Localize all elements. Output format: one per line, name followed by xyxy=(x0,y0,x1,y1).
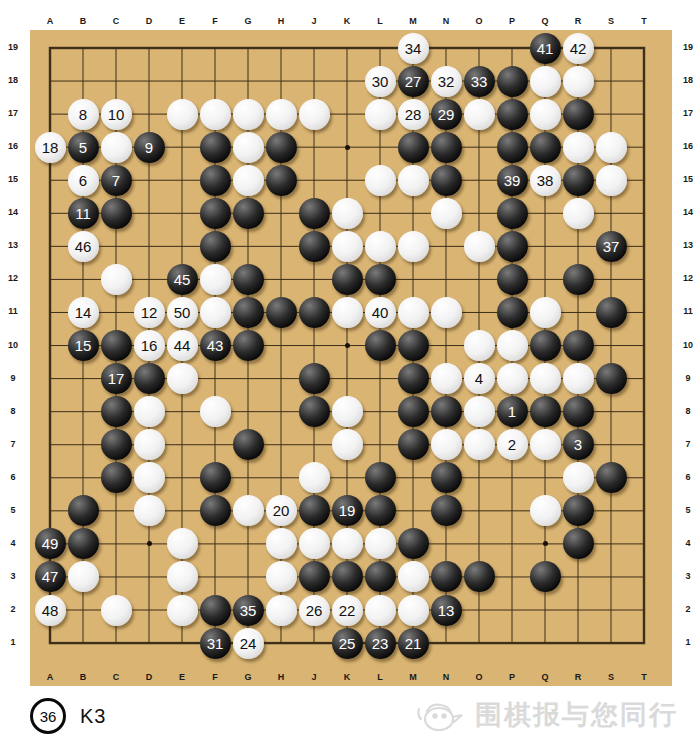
column-label-top-E: E xyxy=(172,16,192,26)
stone-black-E12[interactable]: 45 xyxy=(167,264,198,295)
column-label-bottom-B: B xyxy=(73,672,93,682)
stone-black-P15[interactable]: 39 xyxy=(497,165,528,196)
row-label-right-17: 17 xyxy=(680,108,696,118)
move-number-4: 4 xyxy=(475,371,483,386)
stone-black-Q19[interactable]: 41 xyxy=(530,33,561,64)
stone-black-A4[interactable]: 49 xyxy=(35,528,66,559)
stone-black-D16[interactable]: 9 xyxy=(134,132,165,163)
stone-white-Q18[interactable] xyxy=(530,66,561,97)
stone-white-E11[interactable]: 50 xyxy=(167,297,198,328)
column-label-top-D: D xyxy=(139,16,159,26)
stone-white-D5[interactable] xyxy=(134,495,165,526)
stone-white-N9[interactable] xyxy=(431,363,462,394)
stone-black-M9[interactable] xyxy=(398,363,429,394)
stone-black-F1[interactable]: 31 xyxy=(200,628,231,659)
stone-black-M18[interactable]: 27 xyxy=(398,66,429,97)
stone-black-N5[interactable] xyxy=(431,495,462,526)
stone-white-F11[interactable] xyxy=(200,297,231,328)
stone-black-M7[interactable] xyxy=(398,429,429,460)
column-label-top-R: R xyxy=(568,16,588,26)
column-label-bottom-S: S xyxy=(601,672,621,682)
move-number-33: 33 xyxy=(471,74,488,89)
column-label-top-C: C xyxy=(106,16,126,26)
stone-black-C8[interactable] xyxy=(101,396,132,427)
stone-white-K11[interactable] xyxy=(332,297,363,328)
row-label-right-14: 14 xyxy=(680,207,696,217)
stone-black-K1[interactable]: 25 xyxy=(332,628,363,659)
stone-black-S6[interactable] xyxy=(596,462,627,493)
stone-white-B11[interactable]: 14 xyxy=(68,297,99,328)
column-label-bottom-A: A xyxy=(40,672,60,682)
column-label-bottom-R: R xyxy=(568,672,588,682)
stone-black-Q8[interactable] xyxy=(530,396,561,427)
row-label-right-12: 12 xyxy=(680,273,696,283)
stone-black-B5[interactable] xyxy=(68,495,99,526)
column-label-bottom-N: N xyxy=(436,672,456,682)
stone-black-H11[interactable] xyxy=(266,297,297,328)
stone-black-L10[interactable] xyxy=(365,330,396,361)
move-number-30: 30 xyxy=(372,74,389,89)
stone-white-O7[interactable] xyxy=(464,429,495,460)
stone-black-N2[interactable]: 13 xyxy=(431,595,462,626)
stone-white-N7[interactable] xyxy=(431,429,462,460)
stone-black-O18[interactable]: 33 xyxy=(464,66,495,97)
row-label-right-5: 5 xyxy=(680,505,696,515)
stone-black-C6[interactable] xyxy=(101,462,132,493)
stone-white-B3[interactable] xyxy=(68,561,99,592)
logo-text: 围棋报与您同行 xyxy=(475,697,678,733)
column-label-top-F: F xyxy=(205,16,225,26)
stone-white-E10[interactable]: 44 xyxy=(167,330,198,361)
stone-black-J14[interactable] xyxy=(299,198,330,229)
stone-white-R9[interactable] xyxy=(563,363,594,394)
column-label-bottom-P: P xyxy=(502,672,522,682)
move-number-44: 44 xyxy=(174,338,191,353)
stone-white-R16[interactable] xyxy=(563,132,594,163)
move-number-16: 16 xyxy=(141,338,158,353)
stone-black-F14[interactable] xyxy=(200,198,231,229)
row-label-left-2: 2 xyxy=(5,604,21,614)
caption-coordinate: K3 xyxy=(80,705,106,728)
move-number-41: 41 xyxy=(537,41,554,56)
move-number-35: 35 xyxy=(240,603,257,618)
stone-white-M11[interactable] xyxy=(398,297,429,328)
stone-white-D8[interactable] xyxy=(134,396,165,427)
move-number-27: 27 xyxy=(405,74,422,89)
move-number-40: 40 xyxy=(372,305,389,320)
star-point-K16 xyxy=(345,145,350,150)
move-number-25: 25 xyxy=(339,636,356,651)
stone-white-E2[interactable] xyxy=(167,595,198,626)
column-label-top-G: G xyxy=(238,16,258,26)
move-number-3: 3 xyxy=(574,437,582,452)
row-label-right-6: 6 xyxy=(680,472,696,482)
stone-white-S15[interactable] xyxy=(596,165,627,196)
stone-white-H17[interactable] xyxy=(266,99,297,130)
stone-black-P18[interactable] xyxy=(497,66,528,97)
stone-black-F13[interactable] xyxy=(200,231,231,262)
stone-white-O8[interactable] xyxy=(464,396,495,427)
stone-white-M19[interactable]: 34 xyxy=(398,33,429,64)
move-number-6: 6 xyxy=(79,173,87,188)
stone-white-G17[interactable] xyxy=(233,99,264,130)
move-number-43: 43 xyxy=(207,338,224,353)
stone-black-L5[interactable] xyxy=(365,495,396,526)
row-label-left-10: 10 xyxy=(5,340,21,350)
stone-black-G11[interactable] xyxy=(233,297,264,328)
stone-white-P7[interactable]: 2 xyxy=(497,429,528,460)
row-label-left-11: 11 xyxy=(5,306,21,316)
stone-white-H3[interactable] xyxy=(266,561,297,592)
move-number-49: 49 xyxy=(42,536,59,551)
move-number-45: 45 xyxy=(174,272,191,287)
row-label-right-3: 3 xyxy=(680,571,696,581)
stone-white-E9[interactable] xyxy=(167,363,198,394)
move-number-22: 22 xyxy=(339,603,356,618)
row-label-left-13: 13 xyxy=(5,240,21,250)
move-number-42: 42 xyxy=(570,41,587,56)
stone-white-N14[interactable] xyxy=(431,198,462,229)
stone-black-L3[interactable] xyxy=(365,561,396,592)
stone-white-H4[interactable] xyxy=(266,528,297,559)
stone-black-B16[interactable]: 5 xyxy=(68,132,99,163)
stone-white-E3[interactable] xyxy=(167,561,198,592)
stone-white-K7[interactable] xyxy=(332,429,363,460)
stone-white-B13[interactable]: 46 xyxy=(68,231,99,262)
column-label-bottom-M: M xyxy=(403,672,423,682)
stone-white-H5[interactable]: 20 xyxy=(266,495,297,526)
kifu-page: AABBCCDDEEFFGGHHJJKKLLMMNNOOPPQQRRSSTT19… xyxy=(0,0,700,749)
stone-white-J6[interactable] xyxy=(299,462,330,493)
stone-black-F5[interactable] xyxy=(200,495,231,526)
stone-white-L13[interactable] xyxy=(365,231,396,262)
move-number-19: 19 xyxy=(339,503,356,518)
stone-white-C16[interactable] xyxy=(101,132,132,163)
column-label-top-J: J xyxy=(304,16,324,26)
stone-white-O17[interactable] xyxy=(464,99,495,130)
column-label-top-N: N xyxy=(436,16,456,26)
move-number-47: 47 xyxy=(42,569,59,584)
stone-white-J2[interactable]: 26 xyxy=(299,595,330,626)
stone-white-A2[interactable]: 48 xyxy=(35,595,66,626)
stone-black-C7[interactable] xyxy=(101,429,132,460)
stone-white-M3[interactable] xyxy=(398,561,429,592)
column-label-top-K: K xyxy=(337,16,357,26)
stone-black-Q16[interactable] xyxy=(530,132,561,163)
stone-black-M16[interactable] xyxy=(398,132,429,163)
stone-white-C12[interactable] xyxy=(101,264,132,295)
row-label-left-9: 9 xyxy=(5,373,21,383)
move-number-2: 2 xyxy=(508,437,516,452)
stone-white-A16[interactable]: 18 xyxy=(35,132,66,163)
stone-white-E4[interactable] xyxy=(167,528,198,559)
move-number-28: 28 xyxy=(405,107,422,122)
stone-black-R8[interactable] xyxy=(563,396,594,427)
stone-black-C14[interactable] xyxy=(101,198,132,229)
stone-black-F16[interactable] xyxy=(200,132,231,163)
move-number-31: 31 xyxy=(207,636,224,651)
stone-black-Q3[interactable] xyxy=(530,561,561,592)
stone-black-K12[interactable] xyxy=(332,264,363,295)
row-label-left-3: 3 xyxy=(5,571,21,581)
stone-black-B14[interactable]: 11 xyxy=(68,198,99,229)
stone-white-Q5[interactable] xyxy=(530,495,561,526)
stone-white-L15[interactable] xyxy=(365,165,396,196)
row-label-left-8: 8 xyxy=(5,406,21,416)
stone-black-G10[interactable] xyxy=(233,330,264,361)
stone-black-N6[interactable] xyxy=(431,462,462,493)
stone-black-D9[interactable] xyxy=(134,363,165,394)
stone-white-K4[interactable] xyxy=(332,528,363,559)
move-number-14: 14 xyxy=(75,305,92,320)
stone-black-R15[interactable] xyxy=(563,165,594,196)
stone-black-H16[interactable] xyxy=(266,132,297,163)
move-number-12: 12 xyxy=(141,305,158,320)
move-number-20: 20 xyxy=(273,503,290,518)
stone-white-N18[interactable]: 32 xyxy=(431,66,462,97)
stone-white-O9[interactable]: 4 xyxy=(464,363,495,394)
stone-black-R17[interactable] xyxy=(563,99,594,130)
stone-black-P11[interactable] xyxy=(497,297,528,328)
stone-white-Q15[interactable]: 38 xyxy=(530,165,561,196)
stone-black-P8[interactable]: 1 xyxy=(497,396,528,427)
star-point-Q4 xyxy=(543,541,548,546)
row-label-left-15: 15 xyxy=(5,174,21,184)
stone-white-N11[interactable] xyxy=(431,297,462,328)
stone-black-C10[interactable] xyxy=(101,330,132,361)
stone-white-M15[interactable] xyxy=(398,165,429,196)
stone-white-F8[interactable] xyxy=(200,396,231,427)
move-number-46: 46 xyxy=(75,239,92,254)
move-number-9: 9 xyxy=(145,140,153,155)
stone-black-F15[interactable] xyxy=(200,165,231,196)
move-number-23: 23 xyxy=(372,636,389,651)
stone-white-D7[interactable] xyxy=(134,429,165,460)
stone-black-M8[interactable] xyxy=(398,396,429,427)
stone-black-L12[interactable] xyxy=(365,264,396,295)
stone-white-D11[interactable]: 12 xyxy=(134,297,165,328)
stone-white-K8[interactable] xyxy=(332,396,363,427)
stone-white-L4[interactable] xyxy=(365,528,396,559)
row-label-left-17: 17 xyxy=(5,108,21,118)
stone-black-R4[interactable] xyxy=(563,528,594,559)
column-label-top-P: P xyxy=(502,16,522,26)
stone-white-Q11[interactable] xyxy=(530,297,561,328)
stone-black-P16[interactable] xyxy=(497,132,528,163)
stone-white-R19[interactable]: 42 xyxy=(563,33,594,64)
stone-black-C9[interactable]: 17 xyxy=(101,363,132,394)
stone-white-J17[interactable] xyxy=(299,99,330,130)
stone-black-O3[interactable] xyxy=(464,561,495,592)
stone-white-D6[interactable] xyxy=(134,462,165,493)
stone-white-P10[interactable] xyxy=(497,330,528,361)
stone-black-G7[interactable] xyxy=(233,429,264,460)
stone-white-Q9[interactable] xyxy=(530,363,561,394)
stone-white-C17[interactable]: 10 xyxy=(101,99,132,130)
stone-black-P17[interactable] xyxy=(497,99,528,130)
move-number-5: 5 xyxy=(79,140,87,155)
stone-black-N16[interactable] xyxy=(431,132,462,163)
column-label-bottom-F: F xyxy=(205,672,225,682)
stone-black-Q10[interactable] xyxy=(530,330,561,361)
stone-black-B10[interactable]: 15 xyxy=(68,330,99,361)
column-label-bottom-E: E xyxy=(172,672,192,682)
move-number-1: 1 xyxy=(508,404,516,419)
caption-white-stone-36: 36 xyxy=(30,698,66,734)
row-label-right-15: 15 xyxy=(680,174,696,184)
stone-black-K3[interactable] xyxy=(332,561,363,592)
stone-black-J9[interactable] xyxy=(299,363,330,394)
row-label-right-8: 8 xyxy=(680,406,696,416)
stone-white-M17[interactable]: 28 xyxy=(398,99,429,130)
stone-white-G16[interactable] xyxy=(233,132,264,163)
move-number-38: 38 xyxy=(537,173,554,188)
star-point-K10 xyxy=(345,343,350,348)
stone-black-B4[interactable] xyxy=(68,528,99,559)
column-label-top-S: S xyxy=(601,16,621,26)
stone-white-O13[interactable] xyxy=(464,231,495,262)
move-number-11: 11 xyxy=(75,206,91,221)
column-label-top-Q: Q xyxy=(535,16,555,26)
stone-white-R18[interactable] xyxy=(563,66,594,97)
move-number-7: 7 xyxy=(112,173,120,188)
stone-black-G14[interactable] xyxy=(233,198,264,229)
stone-white-M2[interactable] xyxy=(398,595,429,626)
row-label-right-10: 10 xyxy=(680,340,696,350)
stone-white-F17[interactable] xyxy=(200,99,231,130)
stone-white-F12[interactable] xyxy=(200,264,231,295)
stone-black-R10[interactable] xyxy=(563,330,594,361)
stone-white-J4[interactable] xyxy=(299,528,330,559)
move-number-32: 32 xyxy=(438,74,455,89)
row-label-right-7: 7 xyxy=(680,439,696,449)
column-label-top-H: H xyxy=(271,16,291,26)
move-number-50: 50 xyxy=(174,305,191,320)
column-label-bottom-H: H xyxy=(271,672,291,682)
stone-black-P13[interactable] xyxy=(497,231,528,262)
move-number-37: 37 xyxy=(603,239,620,254)
column-label-top-M: M xyxy=(403,16,423,26)
stone-white-G1[interactable]: 24 xyxy=(233,628,264,659)
stone-white-K14[interactable] xyxy=(332,198,363,229)
move-number-39: 39 xyxy=(504,173,521,188)
row-label-left-14: 14 xyxy=(5,207,21,217)
stone-black-J3[interactable] xyxy=(299,561,330,592)
stone-white-L11[interactable]: 40 xyxy=(365,297,396,328)
stone-black-F6[interactable] xyxy=(200,462,231,493)
stone-white-L18[interactable]: 30 xyxy=(365,66,396,97)
stone-black-M4[interactable] xyxy=(398,528,429,559)
move-number-18: 18 xyxy=(42,140,59,155)
stone-black-N15[interactable] xyxy=(431,165,462,196)
stone-black-F10[interactable]: 43 xyxy=(200,330,231,361)
row-label-left-6: 6 xyxy=(5,472,21,482)
stone-black-M1[interactable]: 21 xyxy=(398,628,429,659)
stone-black-G2[interactable]: 35 xyxy=(233,595,264,626)
column-label-bottom-Q: Q xyxy=(535,672,555,682)
stone-black-J11[interactable] xyxy=(299,297,330,328)
move-number-15: 15 xyxy=(75,338,92,353)
column-label-bottom-L: L xyxy=(370,672,390,682)
stone-white-D10[interactable]: 16 xyxy=(134,330,165,361)
stone-white-B17[interactable]: 8 xyxy=(68,99,99,130)
stone-white-R14[interactable] xyxy=(563,198,594,229)
stone-black-R12[interactable] xyxy=(563,264,594,295)
stone-white-E17[interactable] xyxy=(167,99,198,130)
stone-black-P12[interactable] xyxy=(497,264,528,295)
move-number-8: 8 xyxy=(79,107,87,122)
stone-white-Q7[interactable] xyxy=(530,429,561,460)
column-label-bottom-T: T xyxy=(634,672,654,682)
stone-black-J13[interactable] xyxy=(299,231,330,262)
stone-white-L2[interactable] xyxy=(365,595,396,626)
move-number-29: 29 xyxy=(438,107,455,122)
stone-white-O10[interactable] xyxy=(464,330,495,361)
move-number-21: 21 xyxy=(405,636,422,651)
stone-white-Q17[interactable] xyxy=(530,99,561,130)
stone-black-R5[interactable] xyxy=(563,495,594,526)
row-label-left-5: 5 xyxy=(5,505,21,515)
stone-black-J8[interactable] xyxy=(299,396,330,427)
stone-black-J5[interactable] xyxy=(299,495,330,526)
stone-black-G12[interactable] xyxy=(233,264,264,295)
stone-black-S13[interactable]: 37 xyxy=(596,231,627,262)
row-label-right-16: 16 xyxy=(680,141,696,151)
stone-black-S11[interactable] xyxy=(596,297,627,328)
move-36-caption: 36 K3 xyxy=(30,697,106,735)
stone-black-H15[interactable] xyxy=(266,165,297,196)
stone-white-B15[interactable]: 6 xyxy=(68,165,99,196)
column-label-top-T: T xyxy=(634,16,654,26)
stone-black-N17[interactable]: 29 xyxy=(431,99,462,130)
stone-black-A3[interactable]: 47 xyxy=(35,561,66,592)
stone-white-L17[interactable] xyxy=(365,99,396,130)
row-label-right-9: 9 xyxy=(680,373,696,383)
stone-white-R6[interactable] xyxy=(563,462,594,493)
stone-black-P14[interactable] xyxy=(497,198,528,229)
stone-black-N8[interactable] xyxy=(431,396,462,427)
row-label-right-1: 1 xyxy=(680,637,696,647)
column-label-top-B: B xyxy=(73,16,93,26)
stone-black-C15[interactable]: 7 xyxy=(101,165,132,196)
stone-white-G5[interactable] xyxy=(233,495,264,526)
row-label-right-2: 2 xyxy=(680,604,696,614)
stone-white-K13[interactable] xyxy=(332,231,363,262)
row-label-right-18: 18 xyxy=(680,75,696,85)
newspaper-logo: 围棋报与您同行 xyxy=(415,695,678,735)
stone-black-S9[interactable] xyxy=(596,363,627,394)
row-label-right-13: 13 xyxy=(680,240,696,250)
stone-white-K2[interactable]: 22 xyxy=(332,595,363,626)
stone-white-H2[interactable] xyxy=(266,595,297,626)
move-number-48: 48 xyxy=(42,603,59,618)
stone-black-L6[interactable] xyxy=(365,462,396,493)
stone-white-P9[interactable] xyxy=(497,363,528,394)
stone-black-R7[interactable]: 3 xyxy=(563,429,594,460)
stone-white-C2[interactable] xyxy=(101,595,132,626)
stone-black-N3[interactable] xyxy=(431,561,462,592)
stone-black-F2[interactable] xyxy=(200,595,231,626)
stone-white-G15[interactable] xyxy=(233,165,264,196)
row-label-left-16: 16 xyxy=(5,141,21,151)
star-point-D4 xyxy=(147,541,152,546)
stone-black-K5[interactable]: 19 xyxy=(332,495,363,526)
move-number-26: 26 xyxy=(306,603,323,618)
stone-white-M13[interactable] xyxy=(398,231,429,262)
stone-black-L1[interactable]: 23 xyxy=(365,628,396,659)
stone-white-S16[interactable] xyxy=(596,132,627,163)
stone-black-M10[interactable] xyxy=(398,330,429,361)
